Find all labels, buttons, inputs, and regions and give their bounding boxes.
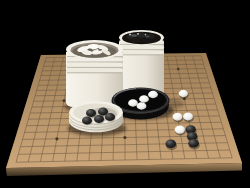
black-stone-in-tray: [105, 113, 115, 121]
star-point: [63, 99, 66, 102]
white-stone-in-tray: [128, 99, 138, 106]
white-stone: [173, 113, 183, 121]
white-stone-in-tray: [137, 102, 147, 109]
white-stone: [179, 90, 188, 97]
black-stone: [187, 132, 197, 140]
star-point: [123, 136, 126, 139]
white-stone: [183, 113, 193, 121]
black-stone-in-tray: [82, 117, 92, 125]
star-point: [177, 68, 180, 71]
black-stone-in-tray: [94, 115, 104, 123]
star-point: [55, 137, 58, 140]
black-stone-in-tray: [86, 109, 96, 117]
white-stone: [175, 125, 185, 133]
scene-svg: [0, 0, 250, 188]
black-stone: [165, 140, 176, 149]
photo-go-board-scene: [0, 0, 250, 188]
white-stone-in-tray: [148, 91, 158, 98]
white-stone-in-tray: [139, 95, 149, 102]
white-lid-bowl: [69, 101, 123, 132]
black-stone: [188, 139, 199, 148]
